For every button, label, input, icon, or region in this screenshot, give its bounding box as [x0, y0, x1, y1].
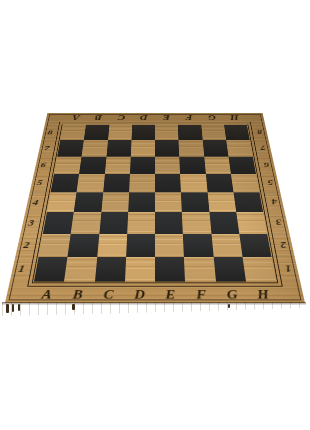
- square-c1: [94, 257, 125, 282]
- file-label-inverted-d: D: [132, 113, 155, 122]
- square-f2: [183, 234, 213, 257]
- square-b8: [84, 125, 109, 140]
- file-label-inverted-f: F: [177, 113, 200, 122]
- square-g8: [201, 125, 226, 140]
- file-label-h: H: [246, 287, 280, 303]
- square-b6: [79, 156, 106, 173]
- square-g1: [213, 257, 246, 282]
- square-c8: [108, 125, 132, 140]
- file-label-c: C: [93, 287, 125, 303]
- square-b4: [74, 192, 103, 212]
- file-label-inverted-h: H: [222, 113, 246, 122]
- square-b2: [68, 234, 99, 257]
- square-f1: [184, 257, 215, 282]
- fold-seam: [30, 192, 281, 193]
- chess-board: ABCDEFGH ABCDEFGH 87654321 87654321: [5, 113, 305, 303]
- square-b5: [77, 174, 105, 193]
- square-e7: [155, 140, 179, 156]
- square-c4: [101, 192, 129, 212]
- square-h3: [236, 212, 267, 233]
- square-f6: [179, 156, 205, 173]
- square-f8: [178, 125, 202, 140]
- file-label-a: A: [30, 287, 64, 303]
- square-e3: [155, 212, 183, 233]
- square-a5: [51, 174, 80, 193]
- file-label-inverted-g: G: [200, 113, 224, 122]
- file-label-f: F: [185, 287, 217, 303]
- rank-label-inverted-1: 1: [277, 257, 300, 282]
- rank-label-inverted-2: 2: [272, 234, 294, 257]
- file-labels-bottom: ABCDEFGH: [30, 287, 280, 303]
- square-c3: [99, 212, 128, 233]
- file-label-inverted-e: E: [155, 113, 178, 122]
- file-label-b: B: [61, 287, 94, 303]
- square-g2: [211, 234, 242, 257]
- file-label-inverted-b: B: [87, 113, 111, 122]
- file-label-e: E: [155, 287, 186, 303]
- square-d6: [130, 156, 155, 173]
- square-h7: [226, 140, 253, 156]
- square-e6: [155, 156, 180, 173]
- file-labels-top: ABCDEFGH: [64, 113, 247, 122]
- hinge-mark: [18, 304, 20, 311]
- square-c7: [106, 140, 131, 156]
- square-h6: [228, 156, 256, 173]
- hinge-mark: [6, 304, 9, 313]
- rank-label-inverted-7: 7: [254, 140, 272, 156]
- square-f4: [181, 192, 209, 212]
- square-e8: [155, 125, 179, 140]
- square-d1: [125, 257, 155, 282]
- square-b1: [64, 257, 97, 282]
- square-c5: [103, 174, 130, 193]
- file-label-inverted-a: A: [64, 113, 88, 122]
- square-a8: [60, 125, 86, 140]
- square-g5: [205, 174, 233, 193]
- square-d8: [131, 125, 155, 140]
- square-e1: [155, 257, 185, 282]
- square-h2: [239, 234, 271, 257]
- square-h4: [233, 192, 263, 212]
- rank-label-inverted-8: 8: [251, 125, 268, 140]
- rank-label-inverted-5: 5: [261, 174, 281, 193]
- rank-label-7: 7: [38, 140, 56, 156]
- board-front-edge: [2, 302, 306, 316]
- square-f3: [182, 212, 211, 233]
- square-h8: [224, 125, 250, 140]
- square-h1: [242, 257, 276, 282]
- square-e5: [155, 174, 181, 193]
- hinge-mark: [72, 304, 75, 310]
- file-label-g: G: [216, 287, 249, 303]
- file-label-inverted-c: C: [109, 113, 132, 122]
- file-label-d: D: [124, 287, 155, 303]
- hinge-mark: [12, 304, 14, 312]
- square-g7: [202, 140, 228, 156]
- rank-label-inverted-4: 4: [264, 192, 284, 212]
- square-a1: [34, 257, 68, 282]
- square-h5: [231, 174, 260, 193]
- square-f5: [180, 174, 207, 193]
- square-a4: [47, 192, 77, 212]
- square-d3: [127, 212, 155, 233]
- rank-label-inverted-3: 3: [268, 212, 289, 233]
- board-face: ABCDEFGH ABCDEFGH 87654321 87654321: [5, 113, 305, 303]
- square-b3: [71, 212, 101, 233]
- square-c6: [105, 156, 131, 173]
- hinge-mark: [228, 304, 230, 308]
- square-d7: [131, 140, 155, 156]
- square-g6: [204, 156, 231, 173]
- square-d5: [129, 174, 155, 193]
- rank-label-8: 8: [41, 125, 58, 140]
- square-b7: [82, 140, 108, 156]
- product-photo-stage: ABCDEFGH ABCDEFGH 87654321 87654321: [0, 0, 310, 430]
- square-e4: [155, 192, 182, 212]
- square-g3: [209, 212, 239, 233]
- rank-label-inverted-6: 6: [257, 156, 276, 173]
- square-d4: [128, 192, 155, 212]
- square-c2: [97, 234, 127, 257]
- square-a3: [43, 212, 74, 233]
- square-f7: [179, 140, 204, 156]
- square-a2: [39, 234, 71, 257]
- board-grid: [34, 125, 276, 282]
- square-a6: [54, 156, 82, 173]
- square-a7: [57, 140, 84, 156]
- square-g4: [207, 192, 236, 212]
- square-e2: [155, 234, 184, 257]
- square-d2: [126, 234, 155, 257]
